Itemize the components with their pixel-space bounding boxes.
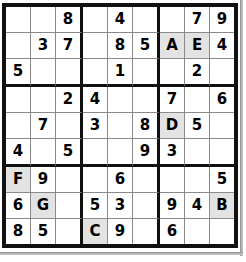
cell-r9c3[interactable]	[56, 219, 83, 244]
drop-shadow-bottom	[0, 252, 243, 255]
cell-r2c8[interactable]: E	[185, 33, 210, 59]
drop-shadow-right	[240, 0, 243, 256]
cell-r3c3[interactable]	[56, 59, 83, 87]
cell-r4c6[interactable]	[133, 87, 160, 113]
cell-r4c8[interactable]	[185, 87, 210, 113]
cell-r5c8[interactable]: 5	[185, 113, 210, 139]
cell-r6c5[interactable]	[108, 139, 133, 167]
cell-r9c8[interactable]	[185, 219, 210, 244]
cell-r8c6[interactable]	[133, 193, 160, 219]
cell-r6c2[interactable]	[31, 139, 56, 167]
cell-r5c7[interactable]: D	[160, 113, 185, 139]
cell-r3c9[interactable]	[210, 59, 234, 87]
cell-r3c8[interactable]: 2	[185, 59, 210, 87]
cell-r2c7[interactable]: A	[160, 33, 185, 59]
cell-r8c4[interactable]: 5	[83, 193, 108, 219]
cell-r1c7[interactable]	[160, 7, 185, 33]
cell-r7c5[interactable]: 6	[108, 167, 133, 193]
cell-r7c9[interactable]: 5	[210, 167, 234, 193]
cell-r9c4[interactable]: C	[83, 219, 108, 244]
cell-r6c7[interactable]: 3	[160, 139, 185, 167]
cell-r3c7[interactable]	[160, 59, 185, 87]
cell-r5c4[interactable]: 3	[83, 113, 108, 139]
cell-r5c1[interactable]	[6, 113, 31, 139]
cell-r7c2[interactable]: 9	[31, 167, 56, 193]
cell-r5c6[interactable]: 8	[133, 113, 160, 139]
sudoku-board: 84793785AE45122476738D54593F9656G5394B85…	[2, 3, 238, 248]
cell-r9c5[interactable]: 9	[108, 219, 133, 244]
cell-r7c3[interactable]	[56, 167, 83, 193]
cell-r6c8[interactable]	[185, 139, 210, 167]
cell-r3c1[interactable]: 5	[6, 59, 31, 87]
cell-r1c3[interactable]: 8	[56, 7, 83, 33]
cell-r1c2[interactable]	[31, 7, 56, 33]
cell-r7c8[interactable]	[185, 167, 210, 193]
cell-r6c6[interactable]: 9	[133, 139, 160, 167]
cell-r5c5[interactable]	[108, 113, 133, 139]
cell-r6c1[interactable]: 4	[6, 139, 31, 167]
sudoku-screenshot: 84793785AE45122476738D54593F9656G5394B85…	[0, 0, 246, 262]
cell-r7c7[interactable]	[160, 167, 185, 193]
cell-r6c4[interactable]	[83, 139, 108, 167]
cell-r7c4[interactable]	[83, 167, 108, 193]
cell-r5c3[interactable]	[56, 113, 83, 139]
cell-r4c7[interactable]: 7	[160, 87, 185, 113]
cell-r8c5[interactable]: 3	[108, 193, 133, 219]
cell-r3c4[interactable]	[83, 59, 108, 87]
cell-r5c2[interactable]: 7	[31, 113, 56, 139]
cell-r8c9[interactable]: B	[210, 193, 234, 219]
cell-r1c8[interactable]: 7	[185, 7, 210, 33]
cell-r1c1[interactable]	[6, 7, 31, 33]
cell-r1c5[interactable]: 4	[108, 7, 133, 33]
cell-r9c6[interactable]	[133, 219, 160, 244]
cell-r8c1[interactable]: 6	[6, 193, 31, 219]
cell-r6c3[interactable]: 5	[56, 139, 83, 167]
cell-r9c9[interactable]	[210, 219, 234, 244]
cell-r2c6[interactable]: 5	[133, 33, 160, 59]
cell-r9c2[interactable]: 5	[31, 219, 56, 244]
cell-r1c6[interactable]	[133, 7, 160, 33]
cell-r2c1[interactable]	[6, 33, 31, 59]
cell-r2c9[interactable]: 4	[210, 33, 234, 59]
cell-r8c8[interactable]: 4	[185, 193, 210, 219]
cell-r4c2[interactable]	[31, 87, 56, 113]
cell-r4c3[interactable]: 2	[56, 87, 83, 113]
cell-r4c9[interactable]: 6	[210, 87, 234, 113]
cell-r6c9[interactable]	[210, 139, 234, 167]
cell-r2c4[interactable]	[83, 33, 108, 59]
cell-r4c5[interactable]	[108, 87, 133, 113]
cell-r3c2[interactable]	[31, 59, 56, 87]
cell-r9c7[interactable]: 6	[160, 219, 185, 244]
cell-r1c4[interactable]	[83, 7, 108, 33]
cell-r4c1[interactable]	[6, 87, 31, 113]
cell-r4c4[interactable]: 4	[83, 87, 108, 113]
cell-r8c2[interactable]: G	[31, 193, 56, 219]
cell-r5c9[interactable]	[210, 113, 234, 139]
cell-r7c6[interactable]	[133, 167, 160, 193]
cell-r9c1[interactable]: 8	[6, 219, 31, 244]
cell-r7c1[interactable]: F	[6, 167, 31, 193]
cell-r2c5[interactable]: 8	[108, 33, 133, 59]
cell-r3c6[interactable]	[133, 59, 160, 87]
cell-r8c3[interactable]	[56, 193, 83, 219]
cell-r8c7[interactable]: 9	[160, 193, 185, 219]
cell-r3c5[interactable]: 1	[108, 59, 133, 87]
cell-r2c3[interactable]: 7	[56, 33, 83, 59]
cell-r2c2[interactable]: 3	[31, 33, 56, 59]
cell-r1c9[interactable]: 9	[210, 7, 234, 33]
